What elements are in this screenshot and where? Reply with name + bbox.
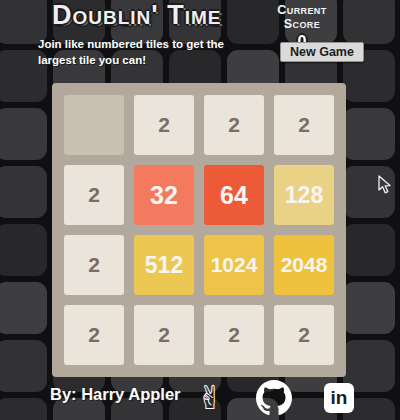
game-board[interactable]: 2 2 2 2 32 64 128 2 512 1024 2048 2 2 2 … [52, 83, 346, 377]
background-tile [0, 340, 47, 392]
background-tile [0, 166, 47, 218]
page-title: Doublin' Time [52, 0, 222, 31]
tile-r2-c2: 1024 [204, 235, 264, 295]
instructions: Join like numbered tiles to get the larg… [38, 37, 224, 68]
tile-r1-c3: 128 [274, 165, 334, 225]
app-window: Doublin' Time Current Score 0 Join like … [0, 0, 400, 420]
tile-r1-c2: 64 [204, 165, 264, 225]
tile-r3-c3: 2 [274, 305, 334, 365]
tile-r3-c2: 2 [204, 305, 264, 365]
background-tile [343, 0, 395, 44]
tile-r3-c0: 2 [64, 305, 124, 365]
tile-r0-c0 [64, 95, 124, 155]
tile-r1-c0: 2 [64, 165, 124, 225]
tile-r1-c1: 32 [134, 165, 194, 225]
score-label: Current Score [258, 3, 346, 31]
tile-r0-c2: 2 [204, 95, 264, 155]
tile-r0-c3: 2 [274, 95, 334, 155]
tile-r0-c1: 2 [134, 95, 194, 155]
instructions-line1: Join like numbered tiles to get the [38, 37, 224, 53]
background-tile [343, 282, 395, 334]
background-tile [0, 282, 47, 334]
instructions-line2: largest tile you can! [38, 53, 224, 69]
background-tile [0, 398, 47, 420]
tile-r3-c1: 2 [134, 305, 194, 365]
linkedin-icon[interactable] [324, 383, 354, 413]
background-tile [0, 108, 47, 160]
peace-icon[interactable] [190, 378, 230, 418]
tile-r2-c3: 2048 [274, 235, 334, 295]
tile-r2-c1: 512 [134, 235, 194, 295]
new-game-button[interactable]: New Game [280, 42, 364, 62]
footer-icons [190, 378, 360, 418]
github-icon[interactable] [254, 378, 294, 418]
background-tile [343, 224, 395, 276]
background-tile [0, 224, 47, 276]
github-logo [256, 380, 292, 416]
author-credit: By: Harry Appler [50, 385, 181, 404]
background-tile [343, 108, 395, 160]
mouse-cursor [378, 175, 392, 195]
tile-r2-c0: 2 [64, 235, 124, 295]
